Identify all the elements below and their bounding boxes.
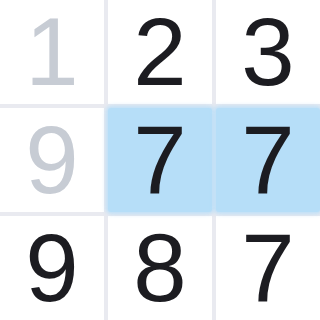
cell-r2c2[interactable]: 7 bbox=[216, 216, 320, 320]
cell-r0c1[interactable]: 2 bbox=[108, 0, 212, 104]
cell-r2c1[interactable]: 8 bbox=[108, 216, 212, 320]
cell-r1c2[interactable]: 7 bbox=[216, 108, 320, 212]
number-grid: 1 2 3 9 7 7 9 8 7 bbox=[0, 0, 320, 320]
cell-r1c0: 9 bbox=[0, 108, 104, 212]
cell-r1c1[interactable]: 7 bbox=[108, 108, 212, 212]
cell-r0c0: 1 bbox=[0, 0, 104, 104]
cell-r2c0[interactable]: 9 bbox=[0, 216, 104, 320]
cell-r0c2[interactable]: 3 bbox=[216, 0, 320, 104]
